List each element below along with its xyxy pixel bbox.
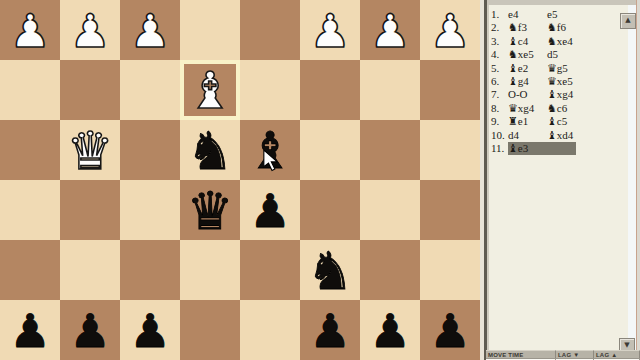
square-b7[interactable]: ♟: [360, 300, 420, 360]
move-list: 1.e4e52.♞f3♞f63.♝c4♞xe44.♞xe5d55.♝e2♛g56…: [489, 8, 628, 155]
square-d3[interactable]: [240, 60, 300, 120]
black-queen[interactable]: ♛: [180, 180, 240, 240]
square-b2[interactable]: ♟: [360, 0, 420, 60]
status-column-1: MOVE TIME: [486, 350, 556, 358]
square-a4[interactable]: [420, 120, 480, 180]
black-pawn[interactable]: ♟: [0, 300, 60, 360]
move-9-white[interactable]: ♜e1: [508, 115, 547, 128]
move-row-3: 3.♝c4♞xe4: [489, 35, 628, 48]
status-column-3: LAG ▲: [594, 350, 640, 358]
square-a3[interactable]: [420, 60, 480, 120]
black-knight[interactable]: ♞: [300, 240, 360, 300]
move-9-black[interactable]: ♝c5: [547, 115, 628, 128]
move-8-white[interactable]: ♛xg4: [508, 102, 547, 115]
square-e3[interactable]: ♝: [180, 60, 240, 120]
square-a5[interactable]: [420, 180, 480, 240]
square-e4[interactable]: ♞: [180, 120, 240, 180]
square-g3[interactable]: [60, 60, 120, 120]
move-8-black[interactable]: ♞c6: [547, 102, 628, 115]
square-h4[interactable]: [0, 120, 60, 180]
move-number: 6.: [489, 75, 508, 88]
move-5-black[interactable]: ♛g5: [547, 62, 628, 75]
square-g2[interactable]: ♟: [60, 0, 120, 60]
move-10-white[interactable]: d4: [508, 129, 547, 142]
square-g7[interactable]: ♟: [60, 300, 120, 360]
move-5-white[interactable]: ♝e2: [508, 62, 547, 75]
square-b5[interactable]: [360, 180, 420, 240]
move-2-black[interactable]: ♞f6: [547, 21, 628, 34]
square-c2[interactable]: ♟: [300, 0, 360, 60]
status-column-2: LAG ▼: [556, 350, 594, 358]
white-pawn[interactable]: ♟: [360, 0, 420, 60]
square-g4[interactable]: ♛: [60, 120, 120, 180]
move-row-5: 5.♝e2♛g5: [489, 62, 628, 75]
move-row-1: 1.e4e5: [489, 8, 628, 21]
move-6-white[interactable]: ♝g4: [508, 75, 547, 88]
square-h7[interactable]: ♟: [0, 300, 60, 360]
white-pawn[interactable]: ♟: [120, 0, 180, 60]
status-header-bar: MOVE TIMELAG ▼LAG ▲: [486, 350, 640, 358]
square-d5[interactable]: ♟: [240, 180, 300, 240]
square-a6[interactable]: [420, 240, 480, 300]
panel-top-strip: [487, 0, 640, 5]
white-pawn[interactable]: ♟: [420, 0, 480, 60]
move-4-black[interactable]: d5: [547, 48, 628, 61]
square-f6[interactable]: [120, 240, 180, 300]
white-pawn[interactable]: ♟: [300, 0, 360, 60]
square-h5[interactable]: [0, 180, 60, 240]
move-number: 9.: [489, 115, 508, 128]
move-number: 5.: [489, 62, 508, 75]
black-pawn[interactable]: ♟: [240, 180, 300, 240]
chess-app-window: ♟♟♟♟♟♟♝♛♞♝♛♟♞♟♟♟♟♟♟ 1.e4e52.♞f3♞f63.♝c4♞…: [0, 0, 640, 360]
move-row-7: 7.O-O♝xg4: [489, 88, 628, 101]
move-row-8: 8.♛xg4♞c6: [489, 102, 628, 115]
square-a2[interactable]: ♟: [420, 0, 480, 60]
square-d6[interactable]: [240, 240, 300, 300]
square-c3[interactable]: [300, 60, 360, 120]
square-d2[interactable]: [240, 0, 300, 60]
move-number: 3.: [489, 35, 508, 48]
square-e5[interactable]: ♛: [180, 180, 240, 240]
black-pawn[interactable]: ♟: [360, 300, 420, 360]
black-pawn[interactable]: ♟: [120, 300, 180, 360]
move-7-white[interactable]: O-O: [508, 88, 547, 101]
square-f4[interactable]: [120, 120, 180, 180]
move-number: 2.: [489, 21, 508, 34]
black-pawn[interactable]: ♟: [300, 300, 360, 360]
move-number: 1.: [489, 8, 508, 21]
square-e7[interactable]: [180, 300, 240, 360]
square-b3[interactable]: [360, 60, 420, 120]
scroll-up-button[interactable]: ▲: [620, 13, 636, 29]
square-h3[interactable]: [0, 60, 60, 120]
white-pawn[interactable]: ♟: [60, 0, 120, 60]
move-6-black[interactable]: ♛xe5: [547, 75, 628, 88]
square-e6[interactable]: [180, 240, 240, 300]
square-h6[interactable]: [0, 240, 60, 300]
move-1-black[interactable]: e5: [547, 8, 628, 21]
move-4-white[interactable]: ♞xe5: [508, 48, 547, 61]
black-pawn[interactable]: ♟: [60, 300, 120, 360]
move-number: 8.: [489, 102, 508, 115]
square-e2[interactable]: [180, 0, 240, 60]
move-2-white[interactable]: ♞f3: [508, 21, 547, 34]
scrollbar-track[interactable]: [628, 5, 636, 350]
square-b4[interactable]: [360, 120, 420, 180]
move-row-9: 9.♜e1♝c5: [489, 115, 628, 128]
chess-board: ♟♟♟♟♟♟♝♛♞♝♛♟♞♟♟♟♟♟♟: [0, 0, 480, 360]
square-c6[interactable]: ♞: [300, 240, 360, 300]
square-c7[interactable]: ♟: [300, 300, 360, 360]
move-3-white[interactable]: ♝c4: [508, 35, 547, 48]
move-10-black[interactable]: ♝xd4: [547, 129, 628, 142]
square-d7[interactable]: [240, 300, 300, 360]
square-f7[interactable]: ♟: [120, 300, 180, 360]
white-bishop[interactable]: ♝: [180, 60, 240, 120]
square-f5[interactable]: [120, 180, 180, 240]
square-c4[interactable]: [300, 120, 360, 180]
square-g6[interactable]: [60, 240, 120, 300]
move-row-6: 6.♝g4♛xe5: [489, 75, 628, 88]
black-pawn[interactable]: ♟: [420, 300, 480, 360]
square-h2[interactable]: ♟: [0, 0, 60, 60]
square-c5[interactable]: [300, 180, 360, 240]
move-1-white[interactable]: e4: [508, 8, 547, 21]
move-row-2: 2.♞f3♞f6: [489, 21, 628, 34]
square-f2[interactable]: ♟: [120, 0, 180, 60]
square-f3[interactable]: [120, 60, 180, 120]
square-a7[interactable]: ♟: [420, 300, 480, 360]
black-knight[interactable]: ♞: [180, 120, 240, 180]
mouse-cursor-icon: [263, 150, 279, 172]
move-7-black[interactable]: ♝xg4: [547, 88, 628, 101]
square-b6[interactable]: [360, 240, 420, 300]
move-11-black: [547, 142, 628, 155]
move-number: 11.: [489, 142, 508, 155]
move-row-11: 11.♝e3: [489, 142, 628, 155]
move-row-10: 10.d4♝xd4: [489, 129, 628, 142]
move-number: 7.: [489, 88, 508, 101]
move-number: 10.: [489, 129, 508, 142]
move-row-4: 4.♞xe5d5: [489, 48, 628, 61]
white-pawn[interactable]: ♟: [0, 0, 60, 60]
square-g5[interactable]: [60, 180, 120, 240]
move-number: 4.: [489, 48, 508, 61]
white-queen[interactable]: ♛: [60, 120, 120, 180]
move-3-black[interactable]: ♞xe4: [547, 35, 628, 48]
